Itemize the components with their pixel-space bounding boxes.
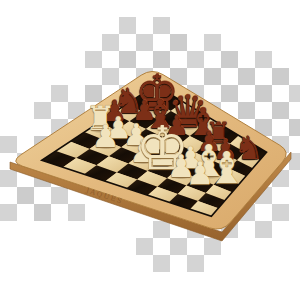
chess-set-photo: JAQUES ♚♞♟♟♛♝♜♝♟♟♜♟♟♟♞♟♟♟♟♚♝♟♝♟ — [0, 0, 300, 300]
chess-piece-light-pawn[interactable]: ♟ — [186, 158, 214, 189]
chess-piece-light-pawn[interactable]: ♟ — [92, 121, 120, 152]
